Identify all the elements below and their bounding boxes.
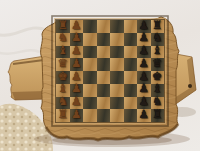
square-c4[interactable] <box>97 46 111 59</box>
square-g6[interactable] <box>124 97 138 110</box>
square-h3[interactable] <box>83 109 97 122</box>
chess-board: ♜♟♟♜♞♟♟♞♝♟♟♝♛♟♟♛♚♟♟♚♝♟♟♝♞♟♟♞♜♟♟♜ <box>56 20 164 122</box>
white-rook[interactable]: ♜ <box>58 109 68 121</box>
square-a3[interactable] <box>83 20 97 33</box>
black-rook[interactable]: ♜ <box>152 109 162 121</box>
square-d5[interactable] <box>110 58 124 71</box>
black-pawn[interactable]: ♟ <box>139 109 149 121</box>
square-h5[interactable] <box>110 109 124 122</box>
square-f6[interactable] <box>124 84 138 97</box>
square-d3[interactable] <box>83 58 97 71</box>
square-h2[interactable]: ♟ <box>70 109 84 122</box>
square-e4[interactable] <box>97 71 111 84</box>
square-g3[interactable] <box>83 97 97 110</box>
square-c5[interactable] <box>110 46 124 59</box>
cloth-fold <box>0 50 40 53</box>
square-b5[interactable] <box>110 33 124 46</box>
square-d4[interactable] <box>97 58 111 71</box>
square-a6[interactable] <box>124 20 138 33</box>
square-e5[interactable] <box>110 71 124 84</box>
square-h4[interactable] <box>97 109 111 122</box>
square-g4[interactable] <box>97 97 111 110</box>
square-d6[interactable] <box>124 58 138 71</box>
square-f3[interactable] <box>83 84 97 97</box>
square-h6[interactable] <box>124 109 138 122</box>
square-h8[interactable]: ♜ <box>151 109 165 122</box>
square-b3[interactable] <box>83 33 97 46</box>
square-h1[interactable]: ♜ <box>56 109 70 122</box>
square-c6[interactable] <box>124 46 138 59</box>
square-c3[interactable] <box>83 46 97 59</box>
white-pawn[interactable]: ♟ <box>71 109 81 121</box>
square-e3[interactable] <box>83 71 97 84</box>
chess-set-photo: ♜♟♟♜♞♟♟♞♝♟♟♝♛♟♟♛♚♟♟♚♝♟♟♝♞♟♟♞♜♟♟♜ <box>0 0 200 151</box>
square-b6[interactable] <box>124 33 138 46</box>
square-h7[interactable]: ♟ <box>137 109 151 122</box>
drawer-knob <box>188 84 192 88</box>
square-g5[interactable] <box>110 97 124 110</box>
square-f4[interactable] <box>97 84 111 97</box>
square-e6[interactable] <box>124 71 138 84</box>
cloth-fold <box>0 28 46 35</box>
square-a4[interactable] <box>97 20 111 33</box>
square-b4[interactable] <box>97 33 111 46</box>
square-a5[interactable] <box>110 20 124 33</box>
square-f5[interactable] <box>110 84 124 97</box>
left-drawer[interactable] <box>8 56 47 100</box>
